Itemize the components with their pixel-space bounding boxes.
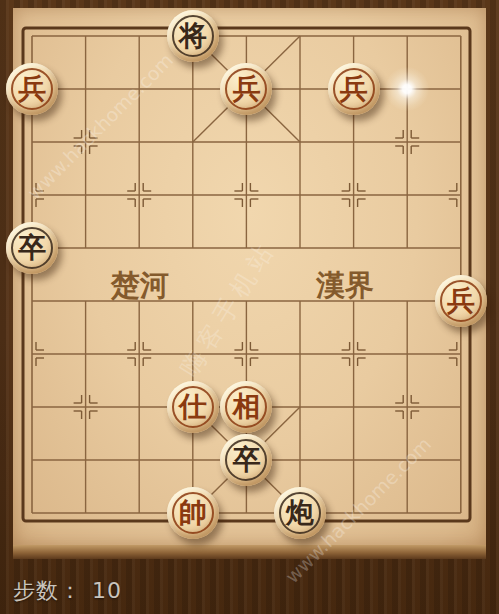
piece-red-兵[interactable]: 兵 [435,275,487,327]
piece-black-卒[interactable]: 卒 [220,434,272,486]
piece-glyph: 兵 [232,75,260,103]
piece-glyph: 兵 [447,287,475,315]
piece-glyph: 卒 [18,234,46,262]
piece-red-帥[interactable]: 帥 [167,487,219,539]
piece-red-兵[interactable]: 兵 [328,63,380,115]
piece-red-仕[interactable]: 仕 [167,381,219,433]
piece-red-兵[interactable]: 兵 [220,63,272,115]
piece-glyph: 卒 [232,446,260,474]
piece-glyph: 仕 [179,393,207,421]
move-counter-label: 步数： [13,576,82,606]
piece-black-将[interactable]: 将 [167,10,219,62]
xiangqi-game-screen: 楚河 漢界 将兵兵兵卒兵仕相卒帥炮 www.hackhome.com 嗨客手机站… [0,0,499,614]
piece-glyph: 兵 [18,75,46,103]
piece-glyph: 相 [232,393,260,421]
piece-black-炮[interactable]: 炮 [274,487,326,539]
piece-glyph: 兵 [340,75,368,103]
move-counter-value: 10 [92,578,122,603]
piece-red-兵[interactable]: 兵 [6,63,58,115]
piece-red-相[interactable]: 相 [220,381,272,433]
move-counter: 步数： 10 [13,576,122,606]
piece-black-卒[interactable]: 卒 [6,222,58,274]
board-front-edge [13,545,486,559]
piece-glyph: 炮 [286,499,314,527]
piece-glyph: 帥 [179,499,207,527]
piece-glyph: 将 [179,22,207,50]
